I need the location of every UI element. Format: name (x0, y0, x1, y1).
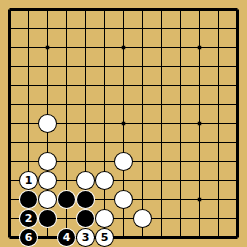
white-stone: 1 (20, 172, 37, 189)
move-number-label: 4 (63, 232, 71, 243)
white-stone (134, 210, 151, 227)
stones-layer: 126435 (0, 0, 247, 247)
move-number-label: 5 (101, 232, 109, 243)
move-number-label: 6 (25, 232, 33, 243)
black-stone: 4 (58, 229, 75, 246)
black-stone (20, 191, 37, 208)
black-stone: 2 (20, 210, 37, 227)
white-stone (39, 115, 56, 132)
move-number-label: 1 (25, 175, 33, 186)
black-stone: 6 (20, 229, 37, 246)
white-stone: 5 (96, 229, 113, 246)
black-stone (77, 191, 94, 208)
white-stone (115, 153, 132, 170)
black-stone (58, 191, 75, 208)
white-stone (39, 172, 56, 189)
black-stone (39, 210, 56, 227)
black-stone (77, 210, 94, 227)
white-stone (77, 172, 94, 189)
move-number-label: 3 (82, 232, 90, 243)
white-stone (96, 172, 113, 189)
white-stone (115, 191, 132, 208)
move-number-label: 2 (25, 213, 33, 224)
white-stone (39, 153, 56, 170)
white-stone (39, 191, 56, 208)
white-stone: 3 (77, 229, 94, 246)
go-board: 126435 (0, 0, 247, 247)
white-stone (96, 210, 113, 227)
